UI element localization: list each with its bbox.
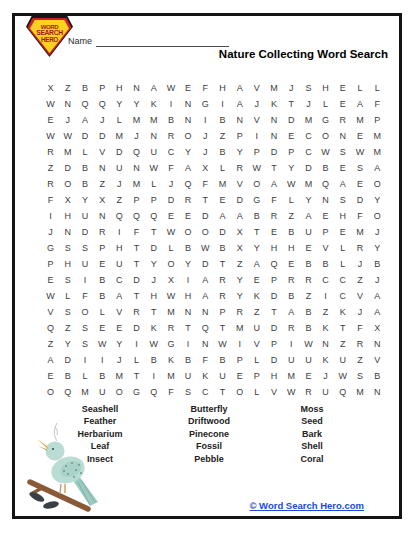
grid-cell[interactable]: N [231, 112, 248, 128]
grid-cell[interactable]: U [300, 352, 317, 368]
grid-cell[interactable]: T [283, 96, 300, 112]
grid-cell[interactable]: U [334, 352, 351, 368]
grid-cell[interactable]: H [180, 288, 197, 304]
grid-cell[interactable]: N [317, 336, 334, 352]
grid-cell[interactable]: W [300, 336, 317, 352]
grid-cell[interactable]: F [128, 224, 145, 240]
grid-cell[interactable]: M [369, 144, 386, 160]
grid-cell[interactable]: F [197, 80, 214, 96]
grid-cell[interactable]: S [180, 384, 197, 400]
grid-cell[interactable]: U [300, 224, 317, 240]
grid-cell[interactable]: W [42, 128, 59, 144]
grid-cell[interactable]: Z [248, 304, 265, 320]
grid-cell[interactable]: H [59, 256, 76, 272]
grid-cell[interactable]: P [317, 224, 334, 240]
grid-cell[interactable]: P [283, 144, 300, 160]
grid-cell[interactable]: I [214, 96, 231, 112]
grid-cell[interactable]: Y [283, 160, 300, 176]
grid-cell[interactable]: Y [369, 192, 386, 208]
grid-cell[interactable]: E [334, 80, 351, 96]
grid-cell[interactable]: L [76, 368, 93, 384]
grid-cell[interactable]: B [214, 144, 231, 160]
grid-cell[interactable]: D [128, 272, 145, 288]
grid-cell[interactable]: Y [111, 336, 128, 352]
grid-cell[interactable]: E [231, 368, 248, 384]
grid-cell[interactable]: P [42, 256, 59, 272]
grid-cell[interactable]: U [317, 384, 334, 400]
grid-cell[interactable]: H [111, 240, 128, 256]
grid-cell[interactable]: F [162, 160, 179, 176]
grid-cell[interactable]: W [248, 160, 265, 176]
grid-cell[interactable]: B [317, 160, 334, 176]
grid-cell[interactable]: I [76, 272, 93, 288]
grid-cell[interactable]: A [111, 288, 128, 304]
grid-cell[interactable]: J [283, 80, 300, 96]
grid-cell[interactable]: A [369, 304, 386, 320]
grid-cell[interactable]: T [145, 304, 162, 320]
grid-cell[interactable]: Y [369, 240, 386, 256]
grid-cell[interactable]: Z [317, 304, 334, 320]
grid-cell[interactable]: R [300, 384, 317, 400]
grid-cell[interactable]: N [369, 336, 386, 352]
grid-cell[interactable]: D [197, 256, 214, 272]
grid-cell[interactable]: Y [248, 240, 265, 256]
grid-cell[interactable]: Y [145, 256, 162, 272]
grid-cell[interactable]: I [248, 128, 265, 144]
grid-cell[interactable]: L [334, 240, 351, 256]
grid-cell[interactable]: U [283, 352, 300, 368]
grid-cell[interactable]: S [59, 272, 76, 288]
grid-cell[interactable]: T [128, 240, 145, 256]
grid-cell[interactable]: Y [180, 144, 197, 160]
grid-cell[interactable]: P [145, 192, 162, 208]
grid-cell[interactable]: M [128, 112, 145, 128]
grid-cell[interactable]: V [248, 112, 265, 128]
grid-cell[interactable]: D [231, 192, 248, 208]
grid-cell[interactable]: F [351, 320, 368, 336]
grid-cell[interactable]: J [197, 128, 214, 144]
grid-cell[interactable]: Q [145, 208, 162, 224]
grid-cell[interactable]: P [369, 112, 386, 128]
grid-cell[interactable]: U [214, 368, 231, 384]
grid-cell[interactable]: N [59, 224, 76, 240]
grid-cell[interactable]: M [351, 112, 368, 128]
grid-cell[interactable]: L [111, 112, 128, 128]
grid-cell[interactable]: X [94, 192, 111, 208]
grid-cell[interactable]: O [197, 224, 214, 240]
grid-cell[interactable]: L [317, 96, 334, 112]
grid-cell[interactable]: O [369, 208, 386, 224]
grid-cell[interactable]: R [128, 304, 145, 320]
grid-cell[interactable]: D [265, 144, 282, 160]
grid-cell[interactable]: F [42, 192, 59, 208]
grid-cell[interactable]: B [248, 208, 265, 224]
grid-cell[interactable]: B [59, 368, 76, 384]
grid-cell[interactable]: A [369, 160, 386, 176]
grid-cell[interactable]: M [369, 128, 386, 144]
grid-cell[interactable]: R [351, 336, 368, 352]
grid-cell[interactable]: U [145, 144, 162, 160]
grid-cell[interactable]: N [128, 80, 145, 96]
grid-cell[interactable]: G [128, 384, 145, 400]
grid-cell[interactable]: U [111, 160, 128, 176]
grid-cell[interactable]: Q [94, 96, 111, 112]
grid-cell[interactable]: K [334, 304, 351, 320]
grid-cell[interactable]: V [248, 80, 265, 96]
grid-cell[interactable]: W [162, 80, 179, 96]
grid-cell[interactable]: W [283, 176, 300, 192]
grid-cell[interactable]: O [248, 176, 265, 192]
grid-cell[interactable]: E [300, 240, 317, 256]
grid-cell[interactable]: W [145, 160, 162, 176]
grid-cell[interactable]: C [162, 144, 179, 160]
grid-cell[interactable]: B [214, 240, 231, 256]
grid-cell[interactable]: W [145, 336, 162, 352]
grid-cell[interactable]: M [162, 304, 179, 320]
grid-cell[interactable]: W [42, 288, 59, 304]
grid-cell[interactable]: I [180, 272, 197, 288]
grid-cell[interactable]: C [197, 384, 214, 400]
grid-cell[interactable]: A [197, 272, 214, 288]
grid-cell[interactable]: J [145, 272, 162, 288]
grid-cell[interactable]: B [94, 368, 111, 384]
grid-cell[interactable]: J [162, 176, 179, 192]
grid-cell[interactable]: J [351, 304, 368, 320]
grid-cell[interactable]: H [317, 80, 334, 96]
grid-cell[interactable]: C [300, 128, 317, 144]
grid-cell[interactable]: B [76, 80, 93, 96]
grid-cell[interactable]: B [180, 240, 197, 256]
grid-cell[interactable]: E [162, 208, 179, 224]
grid-cell[interactable]: T [128, 256, 145, 272]
grid-cell[interactable]: U [111, 256, 128, 272]
grid-cell[interactable]: N [334, 128, 351, 144]
grid-cell[interactable]: T [180, 320, 197, 336]
grid-cell[interactable]: R [214, 288, 231, 304]
grid-cell[interactable]: B [300, 320, 317, 336]
grid-cell[interactable]: Z [351, 272, 368, 288]
grid-cell[interactable]: D [59, 352, 76, 368]
grid-cell[interactable]: V [94, 144, 111, 160]
grid-cell[interactable]: M [300, 176, 317, 192]
grid-cell[interactable]: K [162, 352, 179, 368]
grid-cell[interactable]: I [94, 352, 111, 368]
grid-cell[interactable]: H [59, 208, 76, 224]
grid-cell[interactable]: T [214, 256, 231, 272]
grid-cell[interactable]: E [334, 160, 351, 176]
grid-cell[interactable]: P [214, 304, 231, 320]
grid-cell[interactable]: L [283, 192, 300, 208]
grid-cell[interactable]: A [351, 96, 368, 112]
grid-cell[interactable]: Y [76, 192, 93, 208]
grid-cell[interactable]: R [283, 272, 300, 288]
grid-cell[interactable]: Y [180, 256, 197, 272]
grid-cell[interactable]: I [231, 336, 248, 352]
grid-cell[interactable]: L [351, 80, 368, 96]
grid-cell[interactable]: Z [334, 336, 351, 352]
grid-cell[interactable]: Y [300, 192, 317, 208]
grid-cell[interactable]: D [162, 192, 179, 208]
grid-cell[interactable]: L [248, 352, 265, 368]
grid-cell[interactable]: O [59, 176, 76, 192]
grid-cell[interactable]: D [265, 288, 282, 304]
grid-cell[interactable]: Q [334, 384, 351, 400]
grid-cell[interactable]: X [42, 80, 59, 96]
grid-cell[interactable]: Z [42, 336, 59, 352]
grid-cell[interactable]: V [265, 384, 282, 400]
grid-cell[interactable]: W [334, 368, 351, 384]
grid-cell[interactable]: W [162, 288, 179, 304]
grid-cell[interactable]: M [111, 368, 128, 384]
grid-cell[interactable]: E [351, 128, 368, 144]
grid-cell[interactable]: U [94, 384, 111, 400]
grid-cell[interactable]: X [162, 272, 179, 288]
grid-cell[interactable]: B [180, 352, 197, 368]
grid-cell[interactable]: F [369, 96, 386, 112]
grid-cell[interactable]: I [197, 112, 214, 128]
grid-cell[interactable]: R [162, 320, 179, 336]
grid-cell[interactable]: Z [111, 192, 128, 208]
grid-cell[interactable]: B [214, 352, 231, 368]
grid-cell[interactable]: P [231, 128, 248, 144]
grid-cell[interactable]: R [42, 176, 59, 192]
grid-cell[interactable]: Z [42, 160, 59, 176]
grid-cell[interactable]: Y [231, 272, 248, 288]
grid-cell[interactable]: O [111, 384, 128, 400]
grid-cell[interactable]: N [94, 208, 111, 224]
grid-cell[interactable]: F [351, 208, 368, 224]
grid-cell[interactable]: D [197, 208, 214, 224]
grid-cell[interactable]: T [265, 304, 282, 320]
grid-cell[interactable]: D [265, 352, 282, 368]
grid-cell[interactable]: H [334, 208, 351, 224]
grid-cell[interactable]: W [197, 240, 214, 256]
grid-cell[interactable]: P [265, 272, 282, 288]
grid-cell[interactable]: S [76, 320, 93, 336]
grid-cell[interactable]: K [145, 96, 162, 112]
grid-cell[interactable]: Q [197, 320, 214, 336]
grid-cell[interactable]: M [283, 368, 300, 384]
grid-cell[interactable]: Q [128, 144, 145, 160]
grid-cell[interactable]: T [128, 288, 145, 304]
grid-cell[interactable]: H [283, 240, 300, 256]
grid-cell[interactable]: Z [59, 80, 76, 96]
grid-cell[interactable]: V [111, 304, 128, 320]
grid-cell[interactable]: U [180, 368, 197, 384]
grid-cell[interactable]: D [94, 128, 111, 144]
grid-cell[interactable]: Q [317, 176, 334, 192]
grid-cell[interactable]: M [214, 176, 231, 192]
grid-cell[interactable]: H [214, 80, 231, 96]
grid-cell[interactable]: S [334, 144, 351, 160]
grid-cell[interactable]: Z [231, 256, 248, 272]
grid-cell[interactable]: D [59, 160, 76, 176]
grid-cell[interactable]: C [334, 288, 351, 304]
grid-cell[interactable]: N [197, 304, 214, 320]
grid-cell[interactable]: P [248, 144, 265, 160]
grid-cell[interactable]: V [317, 240, 334, 256]
grid-cell[interactable]: M [265, 80, 282, 96]
grid-cell[interactable]: A [42, 352, 59, 368]
grid-cell[interactable]: D [265, 320, 282, 336]
grid-cell[interactable]: V [231, 176, 248, 192]
grid-cell[interactable]: Z [283, 208, 300, 224]
grid-cell[interactable]: N [180, 304, 197, 320]
grid-cell[interactable]: Q [180, 176, 197, 192]
grid-cell[interactable]: J [42, 224, 59, 240]
grid-cell[interactable]: K [317, 320, 334, 336]
grid-cell[interactable]: J [59, 112, 76, 128]
grid-cell[interactable]: N [369, 384, 386, 400]
grid-cell[interactable]: W [351, 144, 368, 160]
grid-cell[interactable]: A [145, 80, 162, 96]
grid-cell[interactable]: E [334, 224, 351, 240]
grid-cell[interactable]: P [94, 80, 111, 96]
grid-cell[interactable]: M [351, 224, 368, 240]
grid-cell[interactable]: I [145, 368, 162, 384]
grid-cell[interactable]: D [76, 128, 93, 144]
grid-cell[interactable]: S [59, 304, 76, 320]
grid-cell[interactable]: R [231, 304, 248, 320]
grid-cell[interactable]: E [351, 176, 368, 192]
grid-cell[interactable]: T [265, 160, 282, 176]
grid-cell[interactable]: E [317, 208, 334, 224]
grid-cell[interactable]: T [145, 224, 162, 240]
grid-cell[interactable]: E [180, 208, 197, 224]
grid-cell[interactable]: E [214, 192, 231, 208]
grid-cell[interactable]: D [145, 240, 162, 256]
grid-cell[interactable]: W [162, 224, 179, 240]
grid-cell[interactable]: I [76, 352, 93, 368]
grid-cell[interactable]: L [369, 80, 386, 96]
grid-cell[interactable]: B [145, 352, 162, 368]
grid-cell[interactable]: W [42, 96, 59, 112]
grid-cell[interactable]: N [145, 128, 162, 144]
grid-cell[interactable]: A [231, 80, 248, 96]
grid-cell[interactable]: K [145, 320, 162, 336]
grid-cell[interactable]: D [111, 144, 128, 160]
grid-cell[interactable]: A [265, 176, 282, 192]
grid-cell[interactable]: L [76, 144, 93, 160]
grid-cell[interactable]: G [162, 336, 179, 352]
grid-cell[interactable]: D [76, 224, 93, 240]
grid-cell[interactable]: Q [265, 256, 282, 272]
grid-cell[interactable]: Q [59, 384, 76, 400]
grid-cell[interactable]: A [369, 288, 386, 304]
grid-cell[interactable]: D [351, 192, 368, 208]
grid-cell[interactable]: Q [128, 208, 145, 224]
grid-cell[interactable]: Z [214, 128, 231, 144]
grid-cell[interactable]: G [42, 240, 59, 256]
grid-cell[interactable]: X [369, 320, 386, 336]
grid-cell[interactable]: K [197, 368, 214, 384]
grid-cell[interactable]: L [214, 160, 231, 176]
grid-cell[interactable]: N [180, 96, 197, 112]
grid-cell[interactable]: X [231, 224, 248, 240]
grid-cell[interactable]: V [369, 352, 386, 368]
grid-cell[interactable]: Y [111, 96, 128, 112]
grid-cell[interactable]: M [59, 144, 76, 160]
grid-cell[interactable]: O [180, 224, 197, 240]
grid-cell[interactable]: C [300, 144, 317, 160]
grid-cell[interactable]: A [300, 208, 317, 224]
grid-cell[interactable]: T [214, 320, 231, 336]
grid-cell[interactable]: E [283, 256, 300, 272]
grid-cell[interactable]: H [145, 288, 162, 304]
grid-cell[interactable]: B [283, 224, 300, 240]
grid-cell[interactable]: O [317, 128, 334, 144]
grid-cell[interactable]: E [180, 80, 197, 96]
grid-cell[interactable]: D [300, 160, 317, 176]
grid-cell[interactable]: R [231, 160, 248, 176]
grid-cell[interactable]: E [248, 272, 265, 288]
grid-cell[interactable]: M [128, 176, 145, 192]
grid-cell[interactable]: U [76, 256, 93, 272]
grid-cell[interactable]: J [197, 144, 214, 160]
grid-cell[interactable]: C [111, 272, 128, 288]
grid-cell[interactable]: X [59, 192, 76, 208]
grid-cell[interactable]: T [214, 384, 231, 400]
grid-cell[interactable]: N [180, 112, 197, 128]
grid-cell[interactable]: Q [76, 96, 93, 112]
grid-cell[interactable]: V [248, 336, 265, 352]
grid-cell[interactable]: B [94, 272, 111, 288]
grid-cell[interactable]: L [248, 384, 265, 400]
grid-cell[interactable]: F [162, 384, 179, 400]
grid-cell[interactable]: D [128, 320, 145, 336]
grid-cell[interactable]: R [300, 272, 317, 288]
grid-cell[interactable]: K [248, 288, 265, 304]
grid-cell[interactable]: M [231, 320, 248, 336]
grid-cell[interactable]: A [197, 288, 214, 304]
grid-cell[interactable]: I [162, 96, 179, 112]
grid-cell[interactable]: Y [231, 288, 248, 304]
grid-cell[interactable]: Y [128, 96, 145, 112]
grid-cell[interactable]: N [128, 160, 145, 176]
grid-cell[interactable]: C [334, 272, 351, 288]
grid-cell[interactable]: A [334, 176, 351, 192]
grid-cell[interactable]: E [111, 320, 128, 336]
grid-cell[interactable]: Z [351, 352, 368, 368]
grid-cell[interactable]: E [42, 272, 59, 288]
grid-cell[interactable]: E [94, 320, 111, 336]
grid-cell[interactable]: B [76, 160, 93, 176]
grid-cell[interactable]: J [317, 368, 334, 384]
grid-cell[interactable]: B [369, 256, 386, 272]
grid-cell[interactable]: B [300, 256, 317, 272]
grid-cell[interactable]: S [351, 160, 368, 176]
grid-cell[interactable]: L [59, 288, 76, 304]
grid-cell[interactable]: W [283, 384, 300, 400]
grid-cell[interactable]: B [369, 368, 386, 384]
grid-cell[interactable]: F [76, 288, 93, 304]
grid-cell[interactable]: P [128, 192, 145, 208]
grid-cell[interactable]: Z [94, 176, 111, 192]
grid-cell[interactable]: R [265, 208, 282, 224]
grid-cell[interactable]: O [369, 176, 386, 192]
grid-cell[interactable]: D [283, 112, 300, 128]
grid-cell[interactable]: S [76, 336, 93, 352]
grid-cell[interactable]: H [111, 80, 128, 96]
grid-cell[interactable]: G [248, 192, 265, 208]
grid-cell[interactable]: B [317, 256, 334, 272]
grid-cell[interactable]: G [317, 112, 334, 128]
footer-link[interactable]: © Word Search Hero.com [249, 500, 364, 511]
grid-cell[interactable]: H [265, 240, 282, 256]
grid-cell[interactable]: I [317, 288, 334, 304]
grid-cell[interactable]: Y [231, 144, 248, 160]
grid-cell[interactable]: B [283, 288, 300, 304]
